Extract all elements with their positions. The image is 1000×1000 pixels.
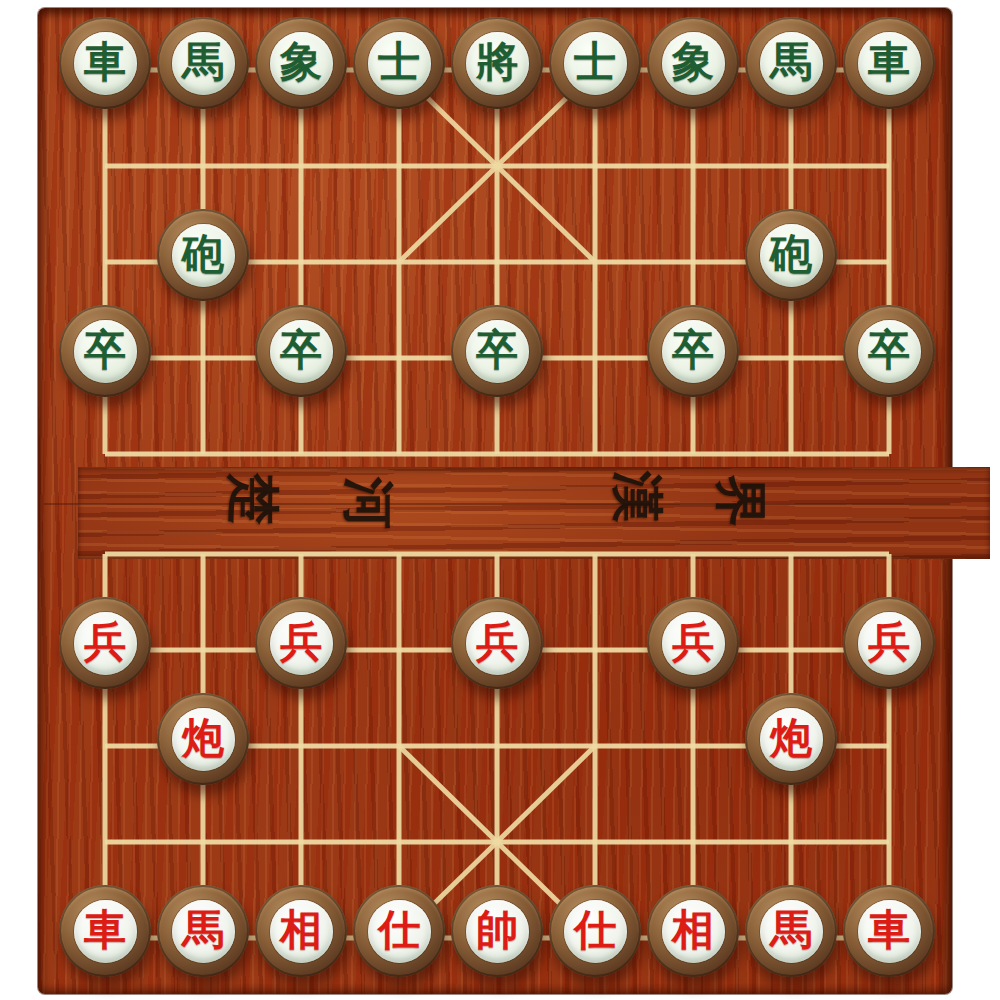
piece-glyph: 將: [476, 41, 518, 83]
piece-red-soldier[interactable]: 兵: [255, 597, 347, 689]
piece-red-soldier[interactable]: 兵: [59, 597, 151, 689]
piece-face: 卒: [858, 320, 921, 383]
piece-glyph: 兵: [476, 621, 518, 663]
piece-face: 車: [858, 32, 921, 95]
piece-face: 士: [368, 32, 431, 95]
piece-glyph: 相: [672, 909, 714, 951]
piece-glyph: 兵: [280, 621, 322, 663]
piece-red-advisor[interactable]: 仕: [549, 885, 641, 977]
piece-face: 卒: [466, 320, 529, 383]
piece-glyph: 仕: [574, 909, 616, 951]
piece-red-chariot[interactable]: 車: [843, 885, 935, 977]
piece-black-elephant[interactable]: 象: [647, 17, 739, 109]
piece-glyph: 砲: [182, 233, 224, 275]
piece-glyph: 相: [280, 909, 322, 951]
piece-black-soldier[interactable]: 卒: [451, 305, 543, 397]
piece-red-elephant[interactable]: 相: [255, 885, 347, 977]
piece-glyph: 馬: [770, 41, 812, 83]
piece-glyph: 車: [84, 909, 126, 951]
piece-glyph: 卒: [672, 329, 714, 371]
piece-face: 車: [74, 900, 137, 963]
piece-glyph: 兵: [84, 621, 126, 663]
piece-face: 仕: [564, 900, 627, 963]
piece-face: 相: [662, 900, 725, 963]
piece-glyph: 卒: [868, 329, 910, 371]
piece-black-chariot[interactable]: 車: [59, 17, 151, 109]
piece-red-cannon[interactable]: 炮: [745, 693, 837, 785]
piece-glyph: 象: [672, 41, 714, 83]
piece-glyph: 象: [280, 41, 322, 83]
piece-red-horse[interactable]: 馬: [157, 885, 249, 977]
piece-glyph: 車: [868, 909, 910, 951]
piece-black-soldier[interactable]: 卒: [255, 305, 347, 397]
piece-glyph: 砲: [770, 233, 812, 275]
piece-face: 兵: [858, 612, 921, 675]
piece-red-general[interactable]: 帥: [451, 885, 543, 977]
piece-face: 車: [74, 32, 137, 95]
photo-background: 楚 河 漢 界 車馬象士將士象馬車砲砲卒卒卒卒卒兵兵兵兵兵炮炮車馬相仕帥仕相馬車: [0, 0, 1000, 1000]
piece-black-advisor[interactable]: 士: [353, 17, 445, 109]
piece-glyph: 馬: [182, 41, 224, 83]
piece-face: 馬: [760, 32, 823, 95]
piece-black-cannon[interactable]: 砲: [745, 209, 837, 301]
piece-face: 兵: [270, 612, 333, 675]
piece-glyph: 馬: [770, 909, 812, 951]
piece-black-soldier[interactable]: 卒: [647, 305, 739, 397]
piece-face: 車: [858, 900, 921, 963]
piece-face: 相: [270, 900, 333, 963]
piece-face: 象: [270, 32, 333, 95]
piece-glyph: 帥: [476, 909, 518, 951]
piece-red-soldier[interactable]: 兵: [843, 597, 935, 689]
piece-red-elephant[interactable]: 相: [647, 885, 739, 977]
piece-black-elephant[interactable]: 象: [255, 17, 347, 109]
piece-red-chariot[interactable]: 車: [59, 885, 151, 977]
piece-face: 兵: [74, 612, 137, 675]
piece-face: 砲: [172, 224, 235, 287]
piece-face: 馬: [760, 900, 823, 963]
piece-glyph: 卒: [84, 329, 126, 371]
river-label: 漢: [602, 471, 672, 523]
piece-red-soldier[interactable]: 兵: [647, 597, 739, 689]
piece-black-horse[interactable]: 馬: [745, 17, 837, 109]
piece-face: 馬: [172, 900, 235, 963]
piece-glyph: 車: [84, 41, 126, 83]
piece-face: 卒: [74, 320, 137, 383]
piece-face: 將: [466, 32, 529, 95]
piece-face: 卒: [662, 320, 725, 383]
piece-glyph: 馬: [182, 909, 224, 951]
piece-glyph: 士: [574, 41, 616, 83]
piece-glyph: 士: [378, 41, 420, 83]
piece-black-soldier[interactable]: 卒: [843, 305, 935, 397]
piece-face: 兵: [662, 612, 725, 675]
piece-red-cannon[interactable]: 炮: [157, 693, 249, 785]
river-label: 河: [333, 477, 403, 529]
piece-face: 炮: [172, 708, 235, 771]
piece-black-soldier[interactable]: 卒: [59, 305, 151, 397]
piece-glyph: 仕: [378, 909, 420, 951]
piece-red-soldier[interactable]: 兵: [451, 597, 543, 689]
board-grid: [0, 0, 1000, 1000]
piece-face: 炮: [760, 708, 823, 771]
piece-face: 仕: [368, 900, 431, 963]
piece-black-horse[interactable]: 馬: [157, 17, 249, 109]
piece-black-cannon[interactable]: 砲: [157, 209, 249, 301]
piece-red-advisor[interactable]: 仕: [353, 885, 445, 977]
piece-face: 卒: [270, 320, 333, 383]
piece-red-horse[interactable]: 馬: [745, 885, 837, 977]
piece-glyph: 兵: [672, 621, 714, 663]
piece-face: 帥: [466, 900, 529, 963]
piece-face: 馬: [172, 32, 235, 95]
piece-face: 象: [662, 32, 725, 95]
river-label: 楚: [218, 473, 288, 525]
piece-glyph: 炮: [770, 717, 812, 759]
piece-glyph: 車: [868, 41, 910, 83]
piece-face: 兵: [466, 612, 529, 675]
piece-black-chariot[interactable]: 車: [843, 17, 935, 109]
piece-glyph: 炮: [182, 717, 224, 759]
piece-black-advisor[interactable]: 士: [549, 17, 641, 109]
piece-glyph: 卒: [280, 329, 322, 371]
piece-face: 士: [564, 32, 627, 95]
piece-face: 砲: [760, 224, 823, 287]
river-label: 界: [705, 475, 775, 527]
piece-glyph: 卒: [476, 329, 518, 371]
piece-glyph: 兵: [868, 621, 910, 663]
piece-black-general[interactable]: 將: [451, 17, 543, 109]
